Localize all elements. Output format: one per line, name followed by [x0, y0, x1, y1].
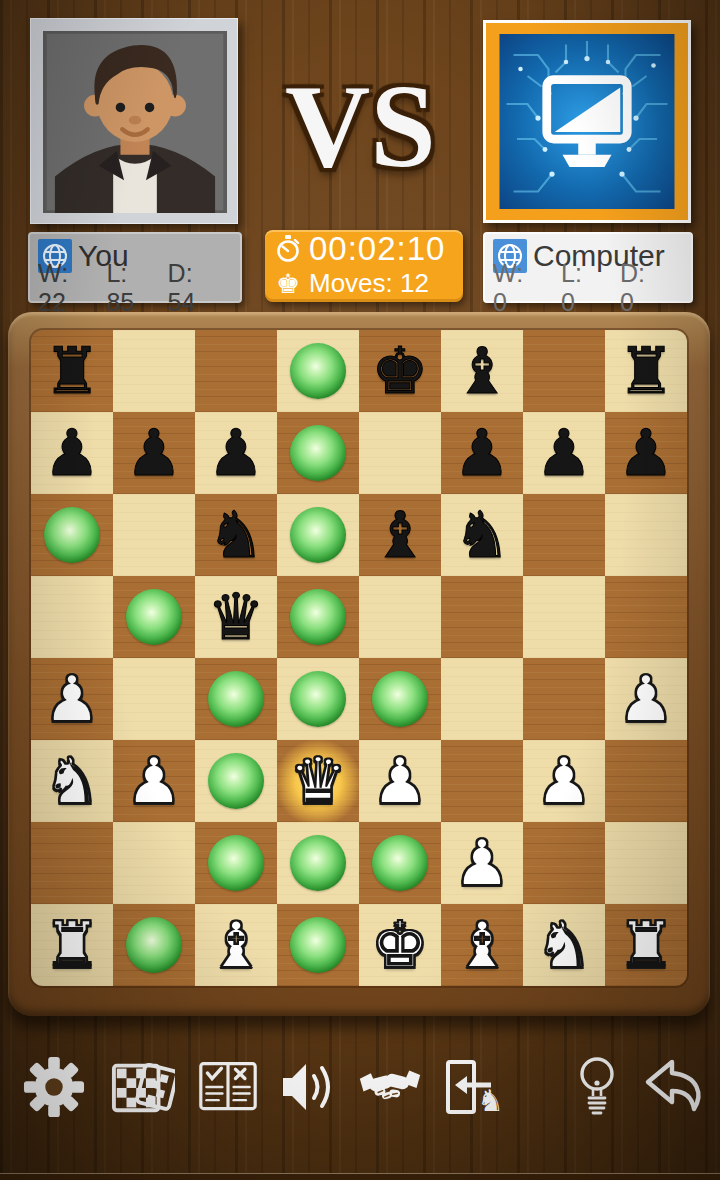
square-f3[interactable] — [441, 740, 523, 822]
square-b3[interactable]: ♟ — [113, 740, 195, 822]
square-a3[interactable]: ♞ — [31, 740, 113, 822]
square-e6[interactable]: ♝ — [359, 494, 441, 576]
piece-white-pawn: ♟ — [31, 658, 113, 740]
square-d6[interactable] — [277, 494, 359, 576]
move-hint-dot[interactable] — [290, 507, 346, 563]
square-d5[interactable] — [277, 576, 359, 658]
settings-button[interactable] — [22, 1054, 86, 1120]
piece-white-rook: ♜ — [605, 904, 687, 986]
square-g7[interactable]: ♟ — [523, 412, 605, 494]
move-hint-dot[interactable] — [290, 589, 346, 645]
move-hint-dot[interactable] — [208, 753, 264, 809]
square-h6[interactable] — [605, 494, 687, 576]
player-stats: W: 22 L: 85 D: 54 — [38, 274, 232, 302]
piece-white-pawn: ♟ — [359, 740, 441, 822]
square-h8[interactable]: ♜ — [605, 330, 687, 412]
square-a1[interactable]: ♜ — [31, 904, 113, 986]
lightbulb-icon — [574, 1056, 620, 1118]
square-a7[interactable]: ♟ — [31, 412, 113, 494]
move-hint-dot[interactable] — [290, 835, 346, 891]
square-f6[interactable]: ♞ — [441, 494, 523, 576]
checkerboard-icon — [111, 1055, 175, 1119]
square-g8[interactable] — [523, 330, 605, 412]
speaker-icon — [279, 1056, 339, 1118]
square-f7[interactable]: ♟ — [441, 412, 523, 494]
stopwatch-icon — [275, 235, 301, 263]
computer-stats: W: 0 L: 0 D: 0 — [493, 274, 683, 302]
square-d2[interactable] — [277, 822, 359, 904]
move-hint-dot[interactable] — [290, 917, 346, 973]
piece-black-pawn: ♟ — [605, 412, 687, 494]
square-e7[interactable] — [359, 412, 441, 494]
piece-black-pawn: ♟ — [113, 412, 195, 494]
piece-black-rook: ♜ — [31, 330, 113, 412]
square-c4[interactable] — [195, 658, 277, 740]
square-f2[interactable]: ♟ — [441, 822, 523, 904]
square-d4[interactable] — [277, 658, 359, 740]
gear-icon — [23, 1056, 85, 1118]
move-hint-dot[interactable] — [208, 671, 264, 727]
square-e3[interactable]: ♟ — [359, 740, 441, 822]
piece-white-knight: ♞ — [31, 740, 113, 822]
move-hint-dot[interactable] — [290, 343, 346, 399]
move-hint-dot[interactable] — [290, 425, 346, 481]
sound-button[interactable] — [277, 1054, 341, 1120]
square-d1[interactable] — [277, 904, 359, 986]
piece-black-knight: ♞ — [441, 494, 523, 576]
move-hint-dot[interactable] — [126, 917, 182, 973]
chess-app-screen: VS — [0, 0, 720, 1180]
square-a2[interactable] — [31, 822, 113, 904]
piece-black-bishop: ♝ — [359, 494, 441, 576]
piece-black-pawn: ♟ — [441, 412, 523, 494]
move-hint-dot[interactable] — [44, 507, 100, 563]
computer-losses: L: 0 — [561, 259, 602, 317]
square-f4[interactable] — [441, 658, 523, 740]
square-f5[interactable] — [441, 576, 523, 658]
offer-draw-button[interactable] — [358, 1054, 422, 1120]
square-c7[interactable]: ♟ — [195, 412, 277, 494]
square-f1[interactable]: ♝ — [441, 904, 523, 986]
board-themes-button[interactable] — [111, 1054, 175, 1120]
square-b8[interactable] — [113, 330, 195, 412]
computer-avatar-frame — [483, 20, 691, 223]
square-b2[interactable] — [113, 822, 195, 904]
square-d8[interactable] — [277, 330, 359, 412]
game-clock: 00:02:10 — [309, 230, 445, 268]
piece-black-pawn: ♟ — [523, 412, 605, 494]
square-c5[interactable]: ♛ — [195, 576, 277, 658]
undo-button[interactable] — [642, 1054, 706, 1120]
player-losses: L: 85 — [106, 259, 149, 317]
square-d3[interactable]: ♛ — [277, 740, 359, 822]
square-a8[interactable]: ♜ — [31, 330, 113, 412]
versus-label: VS — [258, 62, 463, 192]
square-h1[interactable]: ♜ — [605, 904, 687, 986]
piece-white-pawn: ♟ — [113, 740, 195, 822]
move-hint-dot[interactable] — [126, 589, 182, 645]
computer-draws: D: 0 — [620, 259, 665, 317]
computer-avatar — [497, 34, 677, 209]
square-a5[interactable] — [31, 576, 113, 658]
piece-black-queen: ♛ — [195, 576, 277, 658]
undo-arrow-icon — [644, 1058, 704, 1116]
player-avatar-frame — [30, 18, 238, 224]
piece-white-bishop: ♝ — [441, 904, 523, 986]
square-h7[interactable]: ♟ — [605, 412, 687, 494]
handshake-icon — [358, 1060, 422, 1114]
square-b1[interactable] — [113, 904, 195, 986]
player-wins: W: 22 — [38, 259, 88, 317]
square-g4[interactable] — [523, 658, 605, 740]
piece-black-rook: ♜ — [605, 330, 687, 412]
king-icon: ♚ — [275, 270, 301, 297]
piece-white-pawn: ♟ — [605, 658, 687, 740]
square-e5[interactable] — [359, 576, 441, 658]
piece-black-pawn: ♟ — [31, 412, 113, 494]
piece-black-pawn: ♟ — [195, 412, 277, 494]
board-frame: ♜♚♝♜♟♟♟♟♟♟♞♝♞♛♟♟♞♟♛♟♟♟♜♝♚♝♞♜ — [8, 312, 710, 1016]
piece-black-king: ♚ — [359, 330, 441, 412]
square-a4[interactable]: ♟ — [31, 658, 113, 740]
rules-book-icon — [198, 1059, 258, 1115]
square-c8[interactable] — [195, 330, 277, 412]
chess-board: ♜♚♝♜♟♟♟♟♟♟♞♝♞♛♟♟♞♟♛♟♟♟♜♝♚♝♞♜ — [31, 330, 687, 986]
player-draws: D: 54 — [168, 259, 214, 317]
square-g6[interactable] — [523, 494, 605, 576]
piece-white-pawn: ♟ — [523, 740, 605, 822]
exit-door-icon: ♞ — [443, 1057, 503, 1117]
piece-white-rook: ♜ — [31, 904, 113, 986]
square-c1[interactable]: ♝ — [195, 904, 277, 986]
knight-glyph: ♞ — [477, 1083, 503, 1117]
player-avatar — [43, 31, 227, 213]
player-info-bar: You W: 22 L: 85 D: 54 — [28, 232, 242, 303]
square-g2[interactable] — [523, 822, 605, 904]
square-c6[interactable]: ♞ — [195, 494, 277, 576]
square-b7[interactable]: ♟ — [113, 412, 195, 494]
piece-black-bishop: ♝ — [441, 330, 523, 412]
rules-button[interactable] — [196, 1054, 260, 1120]
piece-black-knight: ♞ — [195, 494, 277, 576]
square-g1[interactable]: ♞ — [523, 904, 605, 986]
square-g5[interactable] — [523, 576, 605, 658]
piece-white-bishop: ♝ — [195, 904, 277, 986]
square-b4[interactable] — [113, 658, 195, 740]
square-d7[interactable] — [277, 412, 359, 494]
hint-button[interactable] — [565, 1054, 629, 1120]
moves-counter: Moves: 12 — [309, 268, 429, 299]
bottom-edge-divider — [0, 1173, 720, 1180]
square-c2[interactable] — [195, 822, 277, 904]
square-e4[interactable] — [359, 658, 441, 740]
square-b6[interactable] — [113, 494, 195, 576]
move-hint-dot[interactable] — [290, 671, 346, 727]
square-c3[interactable] — [195, 740, 277, 822]
piece-white-queen: ♛ — [277, 740, 359, 822]
square-h4[interactable]: ♟ — [605, 658, 687, 740]
square-f8[interactable]: ♝ — [441, 330, 523, 412]
computer-info-bar: Computer W: 0 L: 0 D: 0 — [483, 232, 693, 303]
square-a6[interactable] — [31, 494, 113, 576]
move-hint-dot[interactable] — [208, 835, 264, 891]
move-hint-dot[interactable] — [372, 835, 428, 891]
move-hint-dot[interactable] — [372, 671, 428, 727]
square-e8[interactable]: ♚ — [359, 330, 441, 412]
computer-wins: W: 0 — [493, 259, 543, 317]
square-e1[interactable]: ♚ — [359, 904, 441, 986]
piece-white-knight: ♞ — [523, 904, 605, 986]
timer-badge: 00:02:10 ♚ Moves: 12 — [265, 230, 463, 302]
square-g3[interactable]: ♟ — [523, 740, 605, 822]
square-b5[interactable] — [113, 576, 195, 658]
square-h5[interactable] — [605, 576, 687, 658]
square-h3[interactable] — [605, 740, 687, 822]
piece-white-king: ♚ — [359, 904, 441, 986]
piece-white-pawn: ♟ — [441, 822, 523, 904]
resign-exit-button[interactable]: ♞ — [441, 1054, 505, 1120]
square-h2[interactable] — [605, 822, 687, 904]
square-e2[interactable] — [359, 822, 441, 904]
